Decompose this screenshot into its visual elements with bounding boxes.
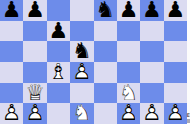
black-pawn[interactable]: ♟ bbox=[164, 0, 187, 20]
square-e7[interactable]: ♞ bbox=[94, 0, 117, 21]
square-h4[interactable] bbox=[164, 62, 187, 83]
white-pawn[interactable]: ♟♙ bbox=[0, 102, 23, 123]
square-d7[interactable] bbox=[70, 0, 93, 21]
watermark-smudge bbox=[187, 119, 190, 123]
square-c3[interactable] bbox=[47, 83, 70, 104]
white-queen[interactable]: ♛♕ bbox=[23, 82, 46, 103]
square-a7[interactable]: ♟ bbox=[0, 0, 23, 21]
square-g5[interactable] bbox=[140, 41, 163, 62]
square-g6[interactable] bbox=[140, 21, 163, 42]
square-f5[interactable] bbox=[117, 41, 140, 62]
black-knight[interactable]: ♞ bbox=[70, 40, 93, 61]
black-pawn[interactable]: ♟ bbox=[23, 0, 46, 20]
square-h6[interactable] bbox=[164, 21, 187, 42]
chess-board: ♟♟♞♟♟♟♟♞♝♗♟♙♛♕♞♘♟♙♟♙♞♘♟♙♟♙♟♙ bbox=[0, 0, 187, 124]
white-pawn[interactable]: ♟♙ bbox=[23, 102, 46, 123]
square-b2[interactable]: ♟♙ bbox=[23, 103, 46, 124]
square-a2[interactable]: ♟♙ bbox=[0, 103, 23, 124]
black-pawn[interactable]: ♟ bbox=[47, 20, 70, 41]
white-bishop[interactable]: ♝♗ bbox=[47, 61, 70, 82]
white-pawn[interactable]: ♟♙ bbox=[117, 102, 140, 123]
black-pawn[interactable]: ♟ bbox=[117, 0, 140, 20]
white-pawn[interactable]: ♟♙ bbox=[70, 61, 93, 82]
square-g4[interactable] bbox=[140, 62, 163, 83]
square-f7[interactable]: ♟ bbox=[117, 0, 140, 21]
square-a5[interactable] bbox=[0, 41, 23, 62]
square-g7[interactable]: ♟ bbox=[140, 0, 163, 21]
right-edge-gutter: E bbox=[187, 0, 190, 124]
square-e6[interactable] bbox=[94, 21, 117, 42]
square-h5[interactable] bbox=[164, 41, 187, 62]
square-h7[interactable]: ♟ bbox=[164, 0, 187, 21]
square-d4[interactable]: ♟♙ bbox=[70, 62, 93, 83]
black-knight[interactable]: ♞ bbox=[94, 0, 117, 20]
square-c4[interactable]: ♝♗ bbox=[47, 62, 70, 83]
square-e3[interactable] bbox=[94, 83, 117, 104]
white-knight[interactable]: ♞♘ bbox=[70, 102, 93, 123]
square-g2[interactable]: ♟♙ bbox=[140, 103, 163, 124]
black-pawn[interactable]: ♟ bbox=[140, 0, 163, 20]
square-f2[interactable]: ♟♙ bbox=[117, 103, 140, 124]
square-c6[interactable]: ♟ bbox=[47, 21, 70, 42]
square-c2[interactable] bbox=[47, 103, 70, 124]
square-h2[interactable]: ♟♙ bbox=[164, 103, 187, 124]
square-e4[interactable] bbox=[94, 62, 117, 83]
square-a4[interactable] bbox=[0, 62, 23, 83]
square-e5[interactable] bbox=[94, 41, 117, 62]
white-pawn[interactable]: ♟♙ bbox=[140, 102, 163, 123]
square-b7[interactable]: ♟ bbox=[23, 0, 46, 21]
square-f6[interactable] bbox=[117, 21, 140, 42]
black-pawn[interactable]: ♟ bbox=[0, 0, 23, 20]
square-d2[interactable]: ♞♘ bbox=[70, 103, 93, 124]
square-b6[interactable] bbox=[23, 21, 46, 42]
watermark-text-fragment: E bbox=[187, 113, 190, 118]
square-b5[interactable] bbox=[23, 41, 46, 62]
white-pawn[interactable]: ♟♙ bbox=[164, 102, 187, 123]
square-e2[interactable] bbox=[94, 103, 117, 124]
white-knight[interactable]: ♞♘ bbox=[117, 82, 140, 103]
square-a6[interactable] bbox=[0, 21, 23, 42]
